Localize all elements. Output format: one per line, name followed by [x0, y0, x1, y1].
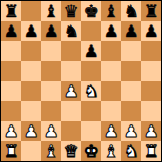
- square-h2[interactable]: ♟: [141, 121, 161, 141]
- square-d4[interactable]: ♟: [61, 81, 81, 101]
- piece-white-knight[interactable]: ♞: [83, 81, 98, 101]
- square-a5[interactable]: [1, 61, 21, 81]
- square-c4[interactable]: [41, 81, 61, 101]
- square-f8[interactable]: ♝: [101, 1, 121, 21]
- square-g8[interactable]: ♞: [121, 1, 141, 21]
- square-d2[interactable]: [61, 121, 81, 141]
- square-a7[interactable]: ♟: [1, 21, 21, 41]
- chess-board-frame: ♜♝♛♚♝♞♜♟♟♟♞♟♟♟♟♟♞♟♟♟♟♟♟♜♝♛♚♝♞♜: [0, 0, 162, 162]
- square-a6[interactable]: [1, 41, 21, 61]
- square-a4[interactable]: [1, 81, 21, 101]
- square-g7[interactable]: ♟: [121, 21, 141, 41]
- square-f1[interactable]: ♝: [101, 141, 121, 161]
- square-h7[interactable]: ♟: [141, 21, 161, 41]
- square-e4[interactable]: ♞: [81, 81, 101, 101]
- square-c3[interactable]: [41, 101, 61, 121]
- square-g6[interactable]: [121, 41, 141, 61]
- square-a3[interactable]: [1, 101, 21, 121]
- square-f7[interactable]: ♟: [101, 21, 121, 41]
- piece-black-pawn[interactable]: ♟: [123, 21, 138, 41]
- square-e5[interactable]: [81, 61, 101, 81]
- square-e1[interactable]: ♚: [81, 141, 101, 161]
- piece-black-bishop[interactable]: ♝: [43, 1, 58, 21]
- square-e3[interactable]: [81, 101, 101, 121]
- square-b5[interactable]: [21, 61, 41, 81]
- square-b8[interactable]: [21, 1, 41, 21]
- square-g2[interactable]: ♟: [121, 121, 141, 141]
- piece-black-pawn[interactable]: ♟: [103, 21, 118, 41]
- square-c7[interactable]: ♟: [41, 21, 61, 41]
- piece-white-pawn[interactable]: ♟: [43, 121, 58, 141]
- piece-black-knight[interactable]: ♞: [123, 1, 138, 21]
- piece-white-pawn[interactable]: ♟: [23, 121, 38, 141]
- square-e8[interactable]: ♚: [81, 1, 101, 21]
- piece-white-pawn[interactable]: ♟: [3, 121, 18, 141]
- square-d6[interactable]: [61, 41, 81, 61]
- piece-black-pawn[interactable]: ♟: [3, 21, 18, 41]
- piece-black-queen[interactable]: ♛: [63, 1, 78, 21]
- square-b3[interactable]: [21, 101, 41, 121]
- piece-white-bishop[interactable]: ♝: [103, 141, 118, 161]
- square-a8[interactable]: ♜: [1, 1, 21, 21]
- piece-white-queen[interactable]: ♛: [63, 141, 78, 161]
- piece-black-pawn[interactable]: ♟: [43, 21, 58, 41]
- piece-black-bishop[interactable]: ♝: [103, 1, 118, 21]
- square-b4[interactable]: [21, 81, 41, 101]
- piece-black-pawn[interactable]: ♟: [23, 21, 38, 41]
- square-b1[interactable]: [21, 141, 41, 161]
- piece-white-knight[interactable]: ♞: [123, 141, 138, 161]
- piece-black-pawn[interactable]: ♟: [83, 41, 98, 61]
- piece-black-pawn[interactable]: ♟: [143, 21, 158, 41]
- square-e2[interactable]: [81, 121, 101, 141]
- square-d8[interactable]: ♛: [61, 1, 81, 21]
- square-g1[interactable]: ♞: [121, 141, 141, 161]
- piece-white-king[interactable]: ♚: [83, 141, 98, 161]
- square-b6[interactable]: [21, 41, 41, 61]
- square-h5[interactable]: [141, 61, 161, 81]
- square-e6[interactable]: ♟: [81, 41, 101, 61]
- square-b7[interactable]: ♟: [21, 21, 41, 41]
- piece-white-pawn[interactable]: ♟: [63, 81, 78, 101]
- square-c1[interactable]: ♝: [41, 141, 61, 161]
- square-e7[interactable]: [81, 21, 101, 41]
- square-g5[interactable]: [121, 61, 141, 81]
- square-h3[interactable]: [141, 101, 161, 121]
- square-d7[interactable]: ♞: [61, 21, 81, 41]
- square-g4[interactable]: [121, 81, 141, 101]
- square-f5[interactable]: [101, 61, 121, 81]
- square-d5[interactable]: [61, 61, 81, 81]
- piece-white-rook[interactable]: ♜: [3, 141, 18, 161]
- chess-board: ♜♝♛♚♝♞♜♟♟♟♞♟♟♟♟♟♞♟♟♟♟♟♟♜♝♛♚♝♞♜: [1, 1, 161, 161]
- piece-white-bishop[interactable]: ♝: [43, 141, 58, 161]
- square-f4[interactable]: [101, 81, 121, 101]
- square-c2[interactable]: ♟: [41, 121, 61, 141]
- piece-black-rook[interactable]: ♜: [143, 1, 158, 21]
- piece-white-pawn[interactable]: ♟: [123, 121, 138, 141]
- square-h1[interactable]: ♜: [141, 141, 161, 161]
- piece-white-pawn[interactable]: ♟: [143, 121, 158, 141]
- piece-black-rook[interactable]: ♜: [3, 1, 18, 21]
- square-a1[interactable]: ♜: [1, 141, 21, 161]
- square-d1[interactable]: ♛: [61, 141, 81, 161]
- square-h8[interactable]: ♜: [141, 1, 161, 21]
- square-f6[interactable]: [101, 41, 121, 61]
- square-a2[interactable]: ♟: [1, 121, 21, 141]
- square-d3[interactable]: [61, 101, 81, 121]
- square-g3[interactable]: [121, 101, 141, 121]
- piece-black-knight[interactable]: ♞: [63, 21, 78, 41]
- square-h6[interactable]: [141, 41, 161, 61]
- piece-black-king[interactable]: ♚: [83, 1, 98, 21]
- square-c6[interactable]: [41, 41, 61, 61]
- square-c5[interactable]: [41, 61, 61, 81]
- square-f3[interactable]: [101, 101, 121, 121]
- piece-white-rook[interactable]: ♜: [143, 141, 158, 161]
- square-f2[interactable]: ♟: [101, 121, 121, 141]
- square-h4[interactable]: [141, 81, 161, 101]
- square-b2[interactable]: ♟: [21, 121, 41, 141]
- square-c8[interactable]: ♝: [41, 1, 61, 21]
- piece-white-pawn[interactable]: ♟: [103, 121, 118, 141]
